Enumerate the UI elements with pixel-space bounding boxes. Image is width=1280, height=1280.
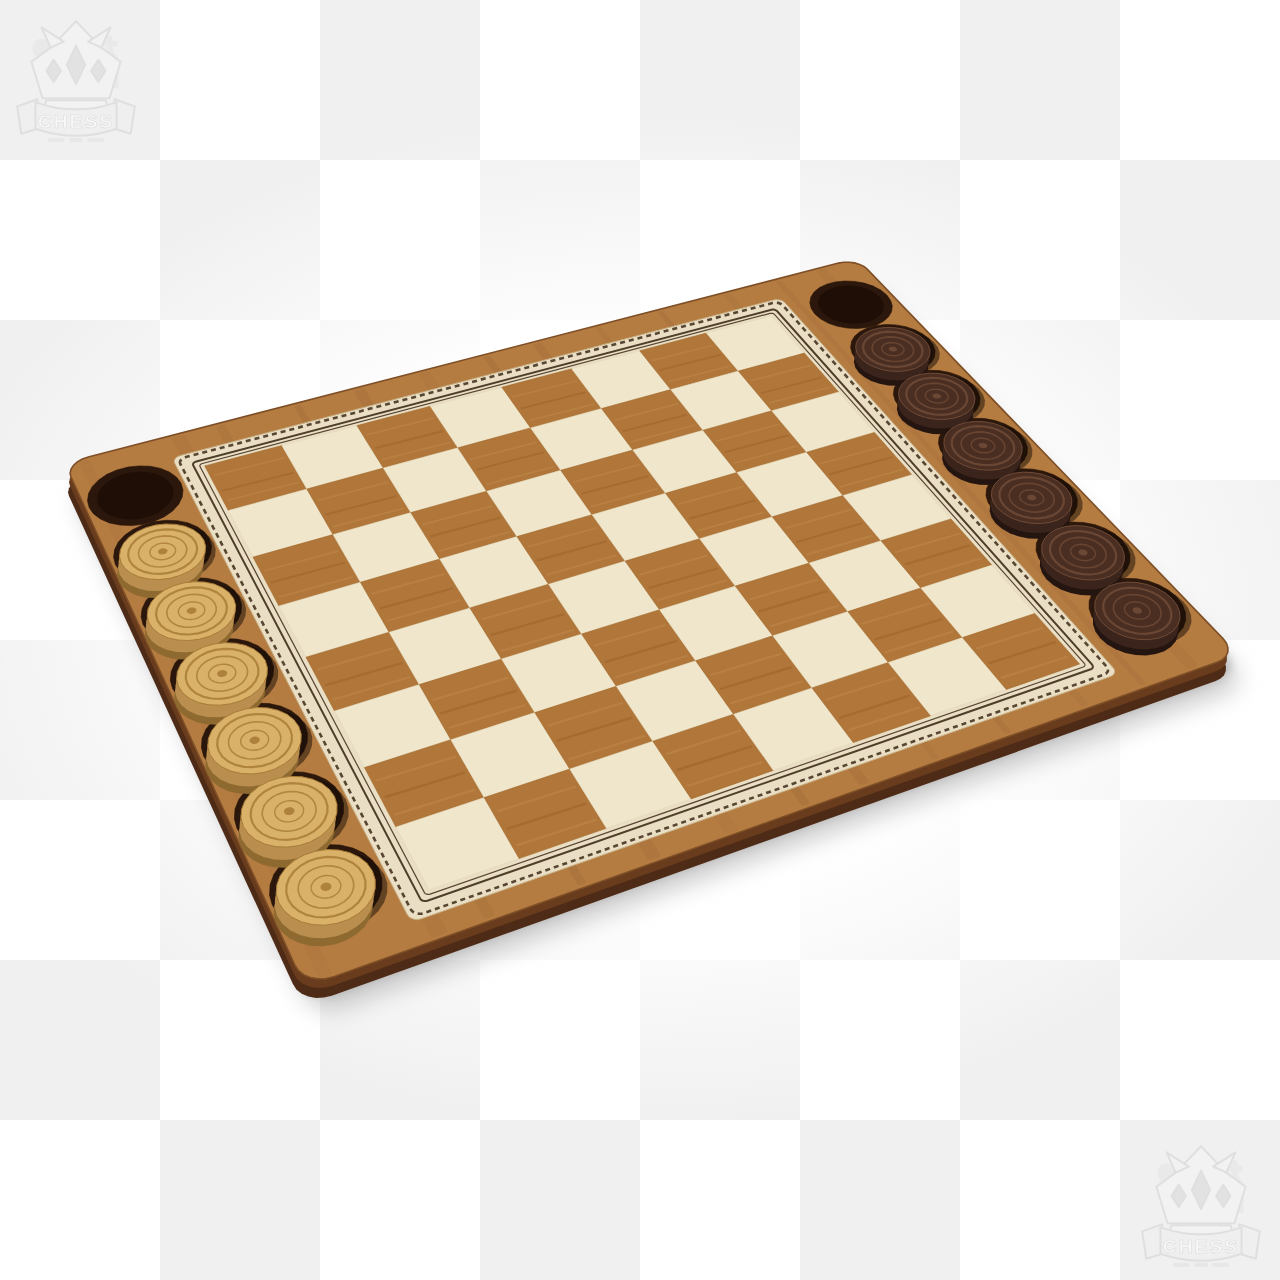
watermark-logo-top-left: CHESS: [5, 3, 147, 151]
watermark-text: CHESS: [1163, 1236, 1239, 1257]
watermark-logo-bottom-right: CHESS: [1130, 1128, 1272, 1276]
logo-subtext-dashes: [1173, 1263, 1230, 1267]
crown-icon: [1156, 1146, 1245, 1234]
board-photo: [0, 0, 1280, 1280]
product-photo-canvas: { "game": "draughts-checkers", "title": …: [0, 0, 1280, 1280]
chess-crown-logo: CHESS: [5, 3, 147, 151]
logo-subtext-dashes: [48, 138, 105, 142]
watermark-text: CHESS: [38, 111, 114, 132]
crown-icon: [31, 21, 120, 109]
chess-crown-logo: CHESS: [1130, 1128, 1272, 1276]
